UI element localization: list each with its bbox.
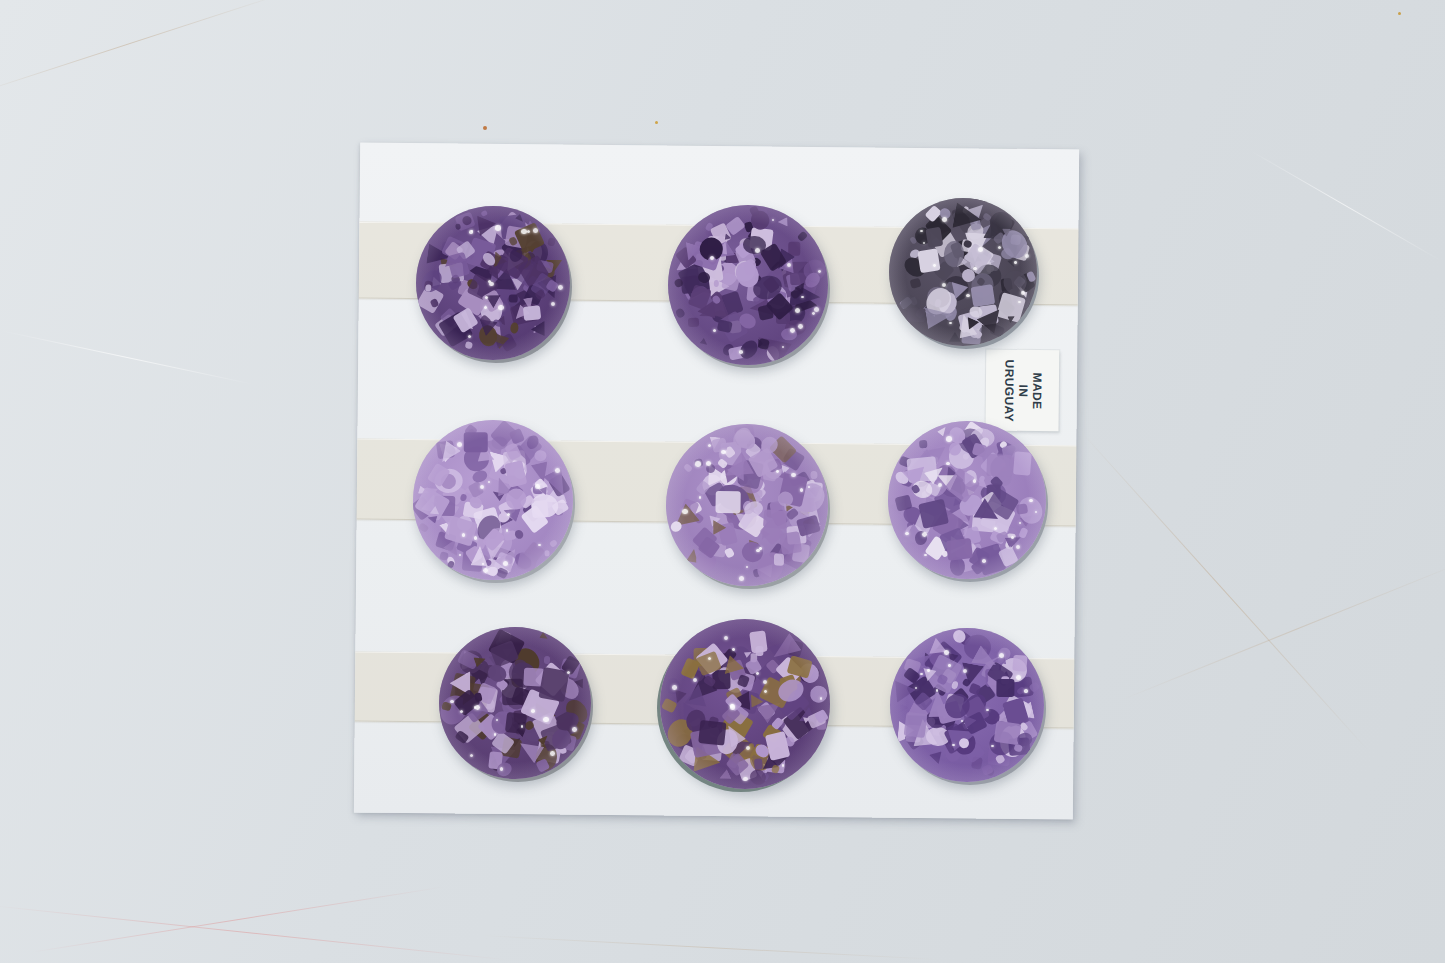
sparkle bbox=[498, 305, 503, 310]
sparkle bbox=[920, 230, 922, 232]
crystal-facet bbox=[910, 278, 922, 289]
crystal-facet bbox=[675, 308, 686, 319]
sparkle bbox=[922, 532, 927, 537]
sparkle bbox=[503, 561, 508, 566]
crystal-facet bbox=[464, 341, 472, 349]
sparkle bbox=[982, 559, 986, 563]
amethyst-specimen-r3c3 bbox=[890, 628, 1044, 782]
sparkle bbox=[1014, 261, 1017, 264]
amethyst-specimen-r3c2 bbox=[660, 619, 830, 789]
crystal-facet bbox=[418, 522, 430, 533]
sparkle bbox=[746, 746, 750, 750]
amethyst-specimen-r2c3 bbox=[888, 421, 1046, 579]
sparkle bbox=[558, 285, 563, 290]
crystal-facet bbox=[918, 249, 941, 274]
crystal-facet bbox=[808, 684, 828, 705]
sparkle bbox=[496, 719, 498, 721]
sparkle bbox=[946, 436, 951, 441]
sparkle bbox=[905, 532, 909, 536]
sparkle bbox=[814, 307, 819, 312]
sparkle bbox=[468, 335, 471, 338]
crystal-facet bbox=[986, 453, 1011, 476]
crystal-facet bbox=[531, 320, 552, 340]
sparkle bbox=[1016, 545, 1020, 549]
crystal-facet bbox=[904, 712, 928, 738]
crystal-facet bbox=[547, 237, 556, 247]
photo-background: MADE IN URUGUAY bbox=[0, 0, 1445, 963]
crystal-facet bbox=[534, 450, 546, 461]
crystal-facet bbox=[971, 284, 995, 307]
sparkle bbox=[998, 246, 1001, 249]
crystal-facet bbox=[717, 319, 733, 333]
sparkle bbox=[682, 509, 687, 514]
crystal-facet bbox=[539, 632, 549, 642]
sparkle bbox=[739, 576, 744, 581]
crystal-facet bbox=[774, 554, 784, 566]
crystal-facet bbox=[778, 217, 788, 227]
sparkle bbox=[949, 322, 951, 324]
sparkle bbox=[460, 710, 463, 713]
sparkle bbox=[488, 481, 490, 483]
specimen-grid bbox=[0, 0, 1445, 963]
crystal-facet bbox=[937, 424, 949, 436]
crystal-facet bbox=[505, 712, 527, 734]
crystal-facet bbox=[700, 338, 710, 348]
crystal-facet bbox=[797, 231, 808, 242]
crystal-facet bbox=[517, 551, 538, 572]
crystal-facet bbox=[996, 679, 1015, 698]
crystal-facet bbox=[661, 698, 678, 714]
crystal-facet bbox=[1012, 655, 1027, 672]
sparkle bbox=[961, 720, 963, 722]
sparkle bbox=[535, 484, 540, 489]
crystal-facet bbox=[946, 538, 973, 561]
sparkle bbox=[708, 444, 711, 447]
crystal-facet bbox=[509, 294, 518, 303]
sparkle bbox=[531, 709, 535, 713]
sparkle bbox=[782, 764, 785, 767]
crystal-facet bbox=[487, 567, 498, 576]
crystal-facet bbox=[925, 227, 943, 248]
sparkle bbox=[776, 470, 779, 473]
sparkle bbox=[470, 754, 473, 757]
crystal-facet bbox=[1013, 452, 1032, 476]
crystal-facet bbox=[688, 318, 699, 328]
sparkle bbox=[812, 312, 815, 315]
crystal-facet bbox=[683, 463, 693, 473]
sparkle bbox=[695, 461, 700, 466]
amethyst-specimen-r1c2 bbox=[668, 205, 828, 365]
crystal-facet bbox=[900, 703, 908, 712]
crystal-facet bbox=[810, 471, 817, 479]
sparkle bbox=[495, 225, 500, 230]
sparkle bbox=[521, 229, 526, 234]
crystal-facet bbox=[545, 550, 550, 557]
sparkle bbox=[973, 479, 976, 482]
sparkle bbox=[942, 217, 947, 222]
sparkle bbox=[1025, 254, 1029, 258]
crystal-facet bbox=[907, 307, 925, 322]
sparkle bbox=[543, 717, 548, 722]
sparkle bbox=[721, 450, 725, 454]
sparkle bbox=[938, 483, 942, 487]
sparkle bbox=[944, 650, 948, 654]
crystal-facet bbox=[929, 747, 946, 764]
sparkle bbox=[550, 751, 555, 756]
crystal-facet bbox=[480, 210, 488, 217]
crystal-facet bbox=[949, 332, 961, 342]
crystal-facet bbox=[467, 481, 484, 498]
sparkle bbox=[924, 554, 926, 556]
sparkle bbox=[457, 442, 462, 447]
sparkle bbox=[801, 296, 803, 298]
sparkle bbox=[469, 230, 473, 234]
crystal-facet bbox=[951, 680, 959, 689]
sparkle bbox=[480, 485, 485, 490]
sparkle bbox=[739, 350, 743, 354]
crystal-facet bbox=[698, 720, 726, 745]
sparkle bbox=[489, 282, 493, 286]
crystal-facet bbox=[464, 432, 488, 452]
sparkle bbox=[713, 329, 716, 332]
sparkle bbox=[991, 745, 993, 747]
sparkle bbox=[978, 247, 983, 252]
sparkle bbox=[920, 673, 922, 675]
sparkle bbox=[494, 733, 497, 736]
sparkle bbox=[699, 496, 702, 499]
sparkle bbox=[927, 669, 930, 672]
sparkle bbox=[818, 270, 821, 273]
sparkle bbox=[485, 296, 488, 299]
sparkle bbox=[474, 706, 476, 708]
sparkle bbox=[1019, 522, 1021, 524]
sparkle bbox=[672, 685, 676, 689]
sparkle bbox=[966, 294, 969, 297]
crystal-facet bbox=[538, 667, 569, 702]
sparkle bbox=[724, 636, 728, 640]
crystal-facet bbox=[549, 539, 558, 548]
crystal-facet bbox=[716, 491, 741, 513]
sparkle bbox=[986, 709, 988, 711]
amethyst-specimen-r1c1 bbox=[416, 206, 570, 360]
sparkle bbox=[743, 777, 747, 781]
sparkle bbox=[572, 727, 577, 732]
crystal-facet bbox=[523, 306, 541, 321]
crystal-facet bbox=[455, 223, 461, 230]
sparkle bbox=[732, 648, 735, 651]
sparkle bbox=[772, 219, 774, 221]
crystal-facet bbox=[1019, 527, 1029, 539]
sparkle bbox=[756, 549, 759, 552]
sparkle bbox=[474, 536, 477, 539]
crystal-facet bbox=[510, 322, 519, 334]
sparkle bbox=[795, 308, 800, 313]
sparkle bbox=[551, 302, 555, 306]
amethyst-specimen-r1c3 bbox=[889, 198, 1037, 346]
amethyst-specimen-r3c1 bbox=[439, 627, 591, 779]
sparkle bbox=[459, 554, 461, 556]
crystal-facet bbox=[755, 646, 763, 656]
sparkle bbox=[483, 568, 488, 573]
sparkle bbox=[948, 664, 951, 667]
sparkle bbox=[507, 513, 510, 516]
crystal-facet bbox=[724, 547, 736, 559]
crystal-facet bbox=[919, 440, 927, 449]
sparkle bbox=[1024, 689, 1027, 692]
crystal-facet bbox=[754, 758, 763, 770]
amethyst-specimen-r2c2 bbox=[666, 424, 828, 586]
amethyst-specimen-r2c1 bbox=[413, 420, 573, 580]
sparkle bbox=[693, 678, 697, 682]
sparkle bbox=[746, 566, 748, 568]
sparkle bbox=[538, 544, 541, 547]
